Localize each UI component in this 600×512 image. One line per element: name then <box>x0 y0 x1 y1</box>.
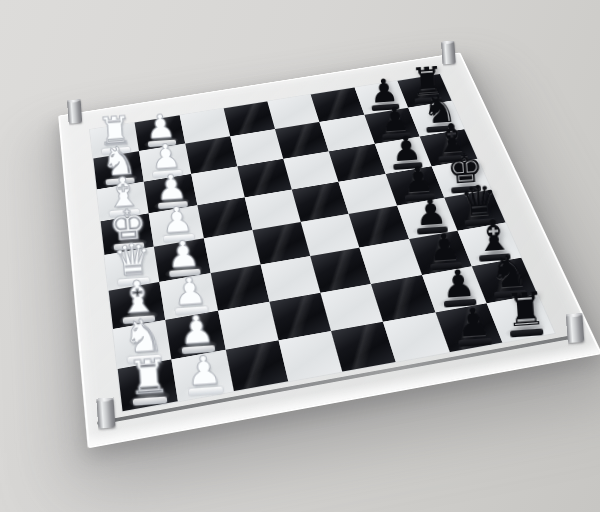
white-p-icon: ♟ <box>166 236 201 274</box>
black-p-icon: ♟ <box>455 302 492 343</box>
black-r-icon: ♜ <box>504 286 548 334</box>
piece-wP-a2[interactable]: ♟ <box>185 350 223 395</box>
acrylic-plate: ♜♟♟♜♞♟♟♞♝♟♟♝♚♟♟♚♛♟♟♛♝♟♟♝♞♟♟♞♜♟♟♜ <box>58 52 600 448</box>
piece-wR-a1[interactable]: ♜ <box>126 353 171 406</box>
square-c5[interactable] <box>310 248 371 293</box>
standoff-cylinder-icon <box>96 397 115 428</box>
square-a2[interactable]: ♟ <box>172 350 234 402</box>
black-p-icon: ♟ <box>427 228 462 267</box>
piece-bP-a7[interactable]: ♟ <box>455 302 493 346</box>
white-p-icon: ♟ <box>172 272 208 312</box>
square-a3[interactable] <box>225 340 288 391</box>
square-e5[interactable] <box>292 182 349 222</box>
square-f3[interactable] <box>191 166 245 205</box>
standoff-cylinder-icon <box>67 99 82 124</box>
white-p-icon: ♟ <box>185 350 223 392</box>
white-p-icon: ♟ <box>178 310 215 351</box>
piece-bR-a8[interactable]: ♜ <box>504 286 548 337</box>
square-a6[interactable] <box>383 312 449 361</box>
square-d6[interactable] <box>349 206 409 248</box>
square-d3[interactable] <box>203 230 260 273</box>
square-g3[interactable] <box>185 137 237 174</box>
studio-backdrop: ♜♟♟♜♞♟♟♞♝♟♟♝♚♟♟♚♛♟♟♛♝♟♟♝♞♟♟♞♜♟♟♜ <box>0 0 600 512</box>
square-e3[interactable] <box>197 197 252 238</box>
square-a1[interactable]: ♜ <box>118 359 179 411</box>
square-h3[interactable] <box>179 108 230 143</box>
black-p-icon: ♟ <box>440 264 476 304</box>
square-b3[interactable] <box>218 301 279 349</box>
standoff-cylinder-icon <box>566 313 585 343</box>
standoff-cylinder-icon <box>441 41 456 65</box>
white-r-icon: ♜ <box>126 353 171 402</box>
